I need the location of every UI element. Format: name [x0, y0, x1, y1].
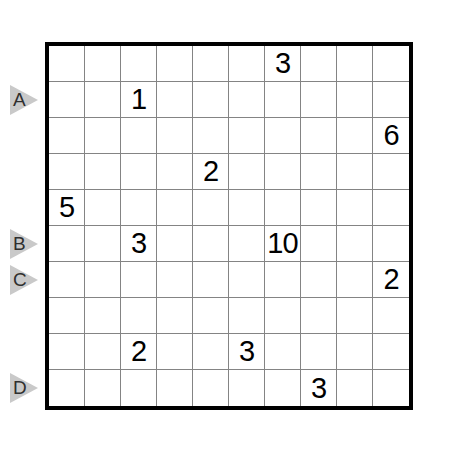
cell-r5c5[interactable]: [193, 190, 229, 226]
puzzle-page: 316253102233 ABCD: [0, 0, 452, 457]
cell-r4c7[interactable]: [265, 154, 301, 190]
cell-r4c1[interactable]: [49, 154, 85, 190]
cell-r9c1[interactable]: [49, 334, 85, 370]
cell-r10c10[interactable]: [373, 370, 409, 406]
cell-r1c10[interactable]: [373, 46, 409, 82]
cell-r6c10[interactable]: [373, 226, 409, 262]
cell-r9c2[interactable]: [85, 334, 121, 370]
cell-r1c6[interactable]: [229, 46, 265, 82]
cell-r4c2[interactable]: [85, 154, 121, 190]
cell-r7c5[interactable]: [193, 262, 229, 298]
cell-r10c2[interactable]: [85, 370, 121, 406]
cell-r5c9[interactable]: [337, 190, 373, 226]
cell-r3c1[interactable]: [49, 118, 85, 154]
cell-r1c3[interactable]: [121, 46, 157, 82]
cell-r10c5[interactable]: [193, 370, 229, 406]
cell-r3c8[interactable]: [301, 118, 337, 154]
cell-r1c5[interactable]: [193, 46, 229, 82]
cell-r6c6[interactable]: [229, 226, 265, 262]
cell-r6c4[interactable]: [157, 226, 193, 262]
cell-r6c7[interactable]: 10: [265, 226, 301, 262]
puzzle-grid: 316253102233: [45, 42, 413, 410]
cell-r2c10[interactable]: [373, 82, 409, 118]
cell-r1c2[interactable]: [85, 46, 121, 82]
cell-r2c9[interactable]: [337, 82, 373, 118]
cell-r10c6[interactable]: [229, 370, 265, 406]
cell-r3c4[interactable]: [157, 118, 193, 154]
cell-r5c1[interactable]: 5: [49, 190, 85, 226]
cell-r3c9[interactable]: [337, 118, 373, 154]
cell-r6c1[interactable]: [49, 226, 85, 262]
cell-r5c8[interactable]: [301, 190, 337, 226]
cell-r1c4[interactable]: [157, 46, 193, 82]
cell-r10c1[interactable]: [49, 370, 85, 406]
arrow-label: B: [13, 233, 26, 255]
cell-r3c5[interactable]: [193, 118, 229, 154]
row-arrow-C: C: [10, 265, 38, 295]
cell-r5c4[interactable]: [157, 190, 193, 226]
cell-r2c2[interactable]: [85, 82, 121, 118]
cell-r6c8[interactable]: [301, 226, 337, 262]
row-arrow-B: B: [10, 229, 38, 259]
cell-r10c8[interactable]: 3: [301, 370, 337, 406]
cell-r8c1[interactable]: [49, 298, 85, 334]
cell-r1c9[interactable]: [337, 46, 373, 82]
cell-r10c7[interactable]: [265, 370, 301, 406]
arrow-label: D: [13, 377, 27, 399]
cell-r5c7[interactable]: [265, 190, 301, 226]
cell-r4c9[interactable]: [337, 154, 373, 190]
cell-r8c9[interactable]: [337, 298, 373, 334]
arrow-label: A: [13, 89, 26, 111]
cell-r2c1[interactable]: [49, 82, 85, 118]
cell-r7c8[interactable]: [301, 262, 337, 298]
cell-r10c9[interactable]: [337, 370, 373, 406]
cell-r5c10[interactable]: [373, 190, 409, 226]
cell-r6c9[interactable]: [337, 226, 373, 262]
cell-r8c6[interactable]: [229, 298, 265, 334]
cell-r9c8[interactable]: [301, 334, 337, 370]
cell-r6c3[interactable]: 3: [121, 226, 157, 262]
cell-r3c10[interactable]: 6: [373, 118, 409, 154]
cell-r9c4[interactable]: [157, 334, 193, 370]
cell-r9c5[interactable]: [193, 334, 229, 370]
arrow-label: C: [13, 269, 27, 291]
cell-r4c10[interactable]: [373, 154, 409, 190]
cell-r8c5[interactable]: [193, 298, 229, 334]
arrow-triangle-icon: [10, 85, 38, 115]
cell-r10c3[interactable]: [121, 370, 157, 406]
cell-r3c6[interactable]: [229, 118, 265, 154]
cell-r2c5[interactable]: [193, 82, 229, 118]
cell-r7c2[interactable]: [85, 262, 121, 298]
cell-r9c6[interactable]: 3: [229, 334, 265, 370]
arrow-triangle-icon: [10, 265, 38, 295]
cell-r6c2[interactable]: [85, 226, 121, 262]
cell-r4c8[interactable]: [301, 154, 337, 190]
arrow-triangle-icon: [10, 229, 38, 259]
cell-r1c8[interactable]: [301, 46, 337, 82]
cell-r7c3[interactable]: [121, 262, 157, 298]
cell-r1c7[interactable]: 3: [265, 46, 301, 82]
cell-r2c7[interactable]: [265, 82, 301, 118]
cell-r2c4[interactable]: [157, 82, 193, 118]
cell-r7c10[interactable]: 2: [373, 262, 409, 298]
cell-r9c9[interactable]: [337, 334, 373, 370]
cell-r8c2[interactable]: [85, 298, 121, 334]
cell-r8c4[interactable]: [157, 298, 193, 334]
row-arrow-D: D: [10, 373, 38, 403]
cell-r9c10[interactable]: [373, 334, 409, 370]
cell-r7c1[interactable]: [49, 262, 85, 298]
cell-r4c6[interactable]: [229, 154, 265, 190]
cell-r2c6[interactable]: [229, 82, 265, 118]
cell-r8c10[interactable]: [373, 298, 409, 334]
cell-r5c2[interactable]: [85, 190, 121, 226]
cell-r7c4[interactable]: [157, 262, 193, 298]
cell-r3c7[interactable]: [265, 118, 301, 154]
cell-r8c8[interactable]: [301, 298, 337, 334]
cell-r8c3[interactable]: [121, 298, 157, 334]
cell-r6c5[interactable]: [193, 226, 229, 262]
cell-r10c4[interactable]: [157, 370, 193, 406]
cell-r4c3[interactable]: [121, 154, 157, 190]
cell-r2c8[interactable]: [301, 82, 337, 118]
cell-r3c2[interactable]: [85, 118, 121, 154]
cell-r5c3[interactable]: [121, 190, 157, 226]
row-arrow-A: A: [10, 85, 38, 115]
cell-r9c7[interactable]: [265, 334, 301, 370]
cell-r5c6[interactable]: [229, 190, 265, 226]
cell-r1c1[interactable]: [49, 46, 85, 82]
cell-r9c3[interactable]: 2: [121, 334, 157, 370]
cell-r4c4[interactable]: [157, 154, 193, 190]
cell-r8c7[interactable]: [265, 298, 301, 334]
arrow-triangle-icon: [10, 373, 38, 403]
cell-r7c7[interactable]: [265, 262, 301, 298]
cell-r7c9[interactable]: [337, 262, 373, 298]
cell-r4c5[interactable]: 2: [193, 154, 229, 190]
cell-r3c3[interactable]: [121, 118, 157, 154]
cell-r2c3[interactable]: 1: [121, 82, 157, 118]
cell-r7c6[interactable]: [229, 262, 265, 298]
